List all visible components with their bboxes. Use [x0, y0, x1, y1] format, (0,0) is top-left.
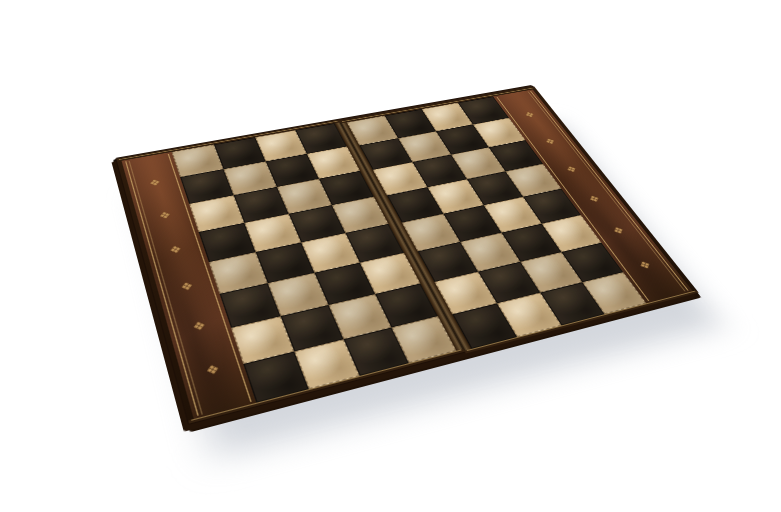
gilt-diamond-ornament: ❖	[523, 111, 537, 119]
gilt-diamond-ornament: ❖	[148, 178, 161, 188]
gilt-diamond-ornament: ❖	[158, 210, 172, 221]
gilt-diamond-ornament: ❖	[611, 226, 627, 237]
gilt-diamond-ornament: ❖	[543, 137, 557, 146]
gilt-diamond-ornament: ❖	[192, 320, 208, 334]
gilt-diamond-ornament: ❖	[587, 194, 602, 204]
gilt-diamond-ornament: ❖	[564, 165, 579, 174]
gilt-diamond-ornament: ❖	[168, 244, 183, 256]
photo-stage: ❖❖❖❖❖❖ ❖❖❖❖❖❖	[0, 0, 781, 512]
gilt-diamond-ornament: ❖	[204, 362, 221, 377]
gilt-diamond-ornament: ❖	[637, 259, 654, 270]
gilt-diamond-ornament: ❖	[180, 281, 195, 293]
